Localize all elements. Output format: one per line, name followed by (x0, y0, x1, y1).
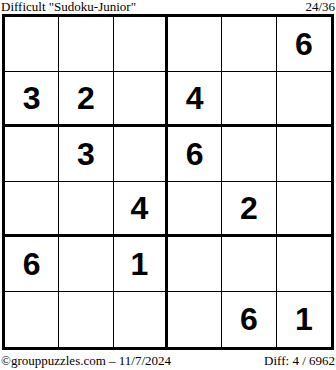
cell-r4c6[interactable] (277, 182, 331, 237)
cell-r1c3[interactable] (114, 17, 168, 72)
cell-r5c2[interactable] (59, 237, 113, 292)
cell-r1c5[interactable] (222, 17, 276, 72)
cell-r1c1[interactable] (5, 17, 59, 72)
cell-r3c3[interactable] (114, 127, 168, 182)
cell-r1c4[interactable] (168, 17, 222, 72)
cell-r4c3[interactable]: 4 (114, 182, 168, 237)
cell-r6c1[interactable] (5, 292, 59, 347)
cell-r5c3[interactable]: 1 (114, 237, 168, 292)
cell-r2c5[interactable] (222, 72, 276, 127)
header: Difficult "Sudoku-Junior" 24/36 (0, 0, 336, 14)
cell-r3c1[interactable] (5, 127, 59, 182)
cell-r2c3[interactable] (114, 72, 168, 127)
cell-r3c6[interactable] (277, 127, 331, 182)
cell-r2c6[interactable] (277, 72, 331, 127)
sudoku-board: 632436426161 (2, 14, 334, 350)
cell-r4c4[interactable] (168, 182, 222, 237)
cell-r4c2[interactable] (59, 182, 113, 237)
difficulty-text: Diff: 4 / 6962 (264, 354, 335, 368)
cell-r2c2[interactable]: 2 (59, 72, 113, 127)
footer: ©grouppuzzles.com – 11/7/2024 Diff: 4 / … (0, 351, 336, 370)
copyright-text: ©grouppuzzles.com – 11/7/2024 (1, 354, 171, 368)
cell-r6c5[interactable]: 6 (222, 292, 276, 347)
puzzle-title: Difficult "Sudoku-Junior" (1, 0, 136, 13)
cell-r5c4[interactable] (168, 237, 222, 292)
cell-r5c5[interactable] (222, 237, 276, 292)
cell-r3c2[interactable]: 3 (59, 127, 113, 182)
cell-r1c6[interactable]: 6 (277, 17, 331, 72)
cell-r5c1[interactable]: 6 (5, 237, 59, 292)
cell-r6c2[interactable] (59, 292, 113, 347)
puzzle-page: Difficult "Sudoku-Junior" 24/36 63243642… (0, 0, 336, 370)
cell-r3c4[interactable]: 6 (168, 127, 222, 182)
cell-r6c6[interactable]: 1 (277, 292, 331, 347)
cell-r4c5[interactable]: 2 (222, 182, 276, 237)
cell-r1c2[interactable] (59, 17, 113, 72)
cell-r2c4[interactable]: 4 (168, 72, 222, 127)
cell-r2c1[interactable]: 3 (5, 72, 59, 127)
cell-r6c4[interactable] (168, 292, 222, 347)
cell-r4c1[interactable] (5, 182, 59, 237)
cell-r3c5[interactable] (222, 127, 276, 182)
cell-r5c6[interactable] (277, 237, 331, 292)
cell-r6c3[interactable] (114, 292, 168, 347)
puzzle-counter: 24/36 (305, 0, 335, 13)
